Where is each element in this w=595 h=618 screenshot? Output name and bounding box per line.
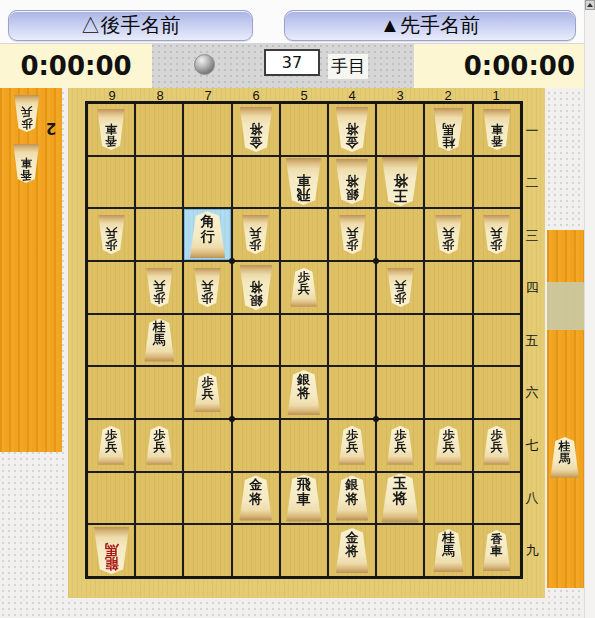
board-cell[interactable]: [184, 420, 230, 471]
board-cell[interactable]: [377, 367, 423, 418]
shogi-piece-pawn[interactable]: 歩兵: [434, 426, 463, 465]
board-cell[interactable]: [233, 367, 279, 418]
piece-kanji: 銀将: [249, 280, 262, 310]
board-cell[interactable]: [233, 420, 279, 471]
shogi-piece-silver[interactable]: 銀将: [334, 159, 370, 204]
board-cell[interactable]: [233, 315, 279, 366]
piece-kanji: 歩兵: [105, 226, 117, 254]
shogi-piece-gold[interactable]: 金将: [334, 107, 370, 152]
piece-kanji: 金将: [346, 528, 359, 558]
sente-name-button[interactable]: ▲先手名前: [284, 10, 576, 41]
board-cell[interactable]: [329, 367, 375, 418]
piece-kanji: 銀将: [297, 370, 310, 400]
up-arrow-icon: [587, 3, 593, 7]
piece-kanji: 龍馬: [104, 542, 118, 574]
board-cell[interactable]: 玉将: [377, 473, 423, 524]
piece-kanji: 歩兵: [153, 426, 165, 454]
shogi-piece-lance[interactable]: 香車: [12, 144, 41, 183]
board-cell[interactable]: 香車: [474, 104, 520, 155]
board-cell[interactable]: 桂馬: [425, 104, 471, 155]
board-cell[interactable]: [329, 315, 375, 366]
board-cell[interactable]: [136, 157, 182, 208]
board-cell[interactable]: [184, 157, 230, 208]
board-cell[interactable]: 銀将: [329, 157, 375, 208]
board-cell[interactable]: [281, 420, 327, 471]
board-cell[interactable]: [377, 104, 423, 155]
shogi-piece-silver[interactable]: 銀将: [334, 475, 370, 520]
board-cell[interactable]: 歩兵: [425, 420, 471, 471]
hand-piece-count: 2: [46, 119, 56, 137]
board-cell[interactable]: 金将: [233, 104, 279, 155]
board-cell[interactable]: [474, 473, 520, 524]
hoshi-dot: [229, 416, 235, 422]
board-cell[interactable]: [281, 525, 327, 576]
shogi-piece-pawn[interactable]: 歩兵: [13, 95, 41, 132]
rank-label: 三: [520, 227, 544, 245]
piece-kanji: 香車: [491, 530, 503, 558]
piece-kanji: 角行: [200, 211, 214, 243]
board-cell[interactable]: [184, 525, 230, 576]
board-cell[interactable]: [377, 315, 423, 366]
move-unit-label: 手目: [328, 54, 368, 79]
board-cell[interactable]: [474, 157, 520, 208]
piece-kanji: 桂馬: [442, 529, 455, 558]
sente-clock: 0:00:00: [414, 44, 584, 88]
shogi-piece-gold[interactable]: 金将: [238, 475, 274, 520]
rank-label: 一: [520, 122, 544, 140]
hoshi-dot: [373, 258, 379, 264]
shogi-piece-lance[interactable]: 香車: [96, 109, 126, 150]
board-cell[interactable]: [184, 104, 230, 155]
rank-label: 八: [520, 489, 544, 507]
board-cell[interactable]: 銀将: [329, 473, 375, 524]
piece-kanji: 金将: [249, 122, 262, 152]
board-cell[interactable]: 王将: [377, 157, 423, 208]
board-cell[interactable]: [136, 209, 182, 260]
shogi-piece-knight[interactable]: 桂馬: [549, 437, 580, 478]
shogi-piece-pawn[interactable]: 歩兵: [145, 268, 174, 307]
board-cell[interactable]: [377, 525, 423, 576]
shogi-piece-lance[interactable]: 香車: [482, 109, 512, 150]
shogi-piece-gold[interactable]: 金将: [334, 528, 370, 573]
board-cell[interactable]: [425, 157, 471, 208]
shogi-piece-silver[interactable]: 銀将: [286, 370, 322, 415]
board-cell[interactable]: [281, 315, 327, 366]
piece-kanji: 金将: [346, 122, 359, 152]
board-cell[interactable]: [233, 157, 279, 208]
board-cell[interactable]: [88, 473, 134, 524]
board-cell[interactable]: 金将: [329, 525, 375, 576]
board-cell[interactable]: 歩兵: [88, 420, 134, 471]
board-cell[interactable]: [329, 262, 375, 313]
board-cell[interactable]: 銀将: [281, 367, 327, 418]
piece-kanji: 玉将: [393, 473, 408, 506]
gote-clock: 0:00:00: [0, 44, 152, 88]
shogi-piece-gold[interactable]: 金将: [238, 107, 274, 152]
board-cell[interactable]: 角行: [184, 209, 230, 260]
shogi-piece-pawn[interactable]: 歩兵: [193, 268, 222, 307]
shogi-piece-knight[interactable]: 桂馬: [432, 108, 465, 151]
shogi-piece-pawn[interactable]: 歩兵: [482, 215, 511, 254]
titlebar: △後手名前 ▲先手名前: [0, 0, 584, 43]
hoshi-dot: [229, 258, 235, 264]
rank-label: 二: [520, 174, 544, 192]
piece-kanji: 歩兵: [250, 226, 262, 254]
board-cell[interactable]: [377, 209, 423, 260]
board-cell[interactable]: 香車: [474, 525, 520, 576]
board-cell[interactable]: [474, 262, 520, 313]
piece-kanji: 桂馬: [153, 318, 166, 347]
piece-kanji: 歩兵: [21, 106, 32, 132]
piece-kanji: 歩兵: [201, 373, 213, 401]
board-cell[interactable]: 金将: [233, 473, 279, 524]
shogi-piece-pawn[interactable]: 歩兵: [241, 215, 270, 254]
board-cell[interactable]: 桂馬: [136, 315, 182, 366]
shogi-piece-knight[interactable]: 桂馬: [432, 529, 465, 572]
shogi-piece-king_sente[interactable]: 玉将: [380, 473, 421, 522]
shogi-piece-pawn[interactable]: 歩兵: [482, 426, 511, 465]
piece-kanji: 歩兵: [105, 426, 117, 454]
shogi-piece-pawn[interactable]: 歩兵: [193, 373, 222, 412]
piece-kanji: 金将: [249, 475, 262, 505]
board-cell[interactable]: [88, 262, 134, 313]
board-cell[interactable]: 歩兵: [136, 262, 182, 313]
board-cell[interactable]: 歩兵: [377, 262, 423, 313]
piece-kanji: 王将: [393, 174, 408, 207]
board-cell[interactable]: 歩兵: [136, 420, 182, 471]
board-cell[interactable]: 銀将: [233, 262, 279, 313]
shogi-app-window: △後手名前 ▲先手名前 0:00:00 0:00:00 手目 歩兵2香車 987…: [0, 0, 595, 618]
shogi-piece-lance[interactable]: 香車: [482, 530, 512, 571]
turn-indicator-lamp-icon: [194, 54, 215, 75]
piece-kanji: 歩兵: [201, 279, 213, 307]
rank-label: 九: [520, 542, 544, 560]
shogi-piece-bishop[interactable]: 角行: [188, 211, 227, 258]
piece-kanji: 歩兵: [442, 426, 454, 454]
board-cell[interactable]: [281, 104, 327, 155]
piece-kanji: 桂馬: [559, 437, 571, 464]
gote-name-button[interactable]: △後手名前: [8, 10, 253, 41]
board-cell[interactable]: [184, 315, 230, 366]
shogi-piece-pawn[interactable]: 歩兵: [338, 426, 367, 465]
shogi-piece-promoted_bishop[interactable]: 龍馬: [92, 527, 131, 574]
shogi-piece-pawn[interactable]: 歩兵: [145, 426, 174, 465]
piece-kanji: 歩兵: [394, 279, 406, 307]
board-grid: 香車金将金将桂馬香車飛車銀将王将歩兵角行歩兵歩兵歩兵歩兵歩兵歩兵銀将歩兵歩兵桂馬…: [85, 101, 523, 579]
shogi-piece-king_gote[interactable]: 王将: [380, 157, 421, 206]
board-cell[interactable]: 歩兵: [233, 209, 279, 260]
rank-label: 四: [520, 279, 544, 297]
shogi-piece-rook[interactable]: 飛車: [284, 158, 323, 205]
shogi-piece-pawn[interactable]: 歩兵: [97, 426, 126, 465]
board-cell[interactable]: 歩兵: [281, 262, 327, 313]
board-cell[interactable]: 飛車: [281, 473, 327, 524]
shogi-piece-pawn[interactable]: 歩兵: [289, 268, 318, 307]
board-cell[interactable]: [136, 104, 182, 155]
hoshi-dot: [373, 416, 379, 422]
piece-kanji: 歩兵: [491, 426, 503, 454]
rank-label: 六: [520, 384, 544, 402]
board-cell[interactable]: [88, 157, 134, 208]
board-cell[interactable]: 歩兵: [184, 367, 230, 418]
piece-kanji: 桂馬: [442, 122, 455, 151]
gote-captured-tray: 歩兵2香車: [0, 88, 62, 452]
piece-kanji: 歩兵: [346, 426, 358, 454]
rank-label: 七: [520, 437, 544, 455]
board-cell[interactable]: 歩兵: [474, 209, 520, 260]
board-cell[interactable]: [425, 262, 471, 313]
shogi-piece-pawn[interactable]: 歩兵: [386, 426, 415, 465]
board-cell[interactable]: 歩兵: [425, 209, 471, 260]
board-cell[interactable]: 歩兵: [329, 420, 375, 471]
board-cell[interactable]: [233, 525, 279, 576]
board-cell[interactable]: 飛車: [281, 157, 327, 208]
sente-captured-tray: 桂馬: [547, 230, 584, 588]
piece-kanji: 歩兵: [153, 279, 165, 307]
board-cell[interactable]: 歩兵: [184, 262, 230, 313]
shogi-piece-pawn[interactable]: 歩兵: [386, 268, 415, 307]
scrollbar-track[interactable]: [584, 0, 595, 618]
board-cell[interactable]: [88, 367, 134, 418]
piece-kanji: 銀将: [346, 175, 359, 205]
board-cell[interactable]: [425, 367, 471, 418]
shogi-piece-silver[interactable]: 銀将: [238, 265, 274, 310]
board-cell[interactable]: [474, 367, 520, 418]
board-cell[interactable]: [425, 315, 471, 366]
board-cell[interactable]: [136, 367, 182, 418]
shogi-piece-pawn[interactable]: 歩兵: [97, 215, 126, 254]
piece-kanji: 歩兵: [298, 268, 310, 296]
board-cell[interactable]: 金将: [329, 104, 375, 155]
board-cell[interactable]: 香車: [88, 104, 134, 155]
rank-label: 五: [520, 332, 544, 350]
piece-kanji: 香車: [105, 122, 117, 150]
board-cell[interactable]: [88, 315, 134, 366]
board-cell[interactable]: [136, 473, 182, 524]
piece-kanji: 歩兵: [346, 226, 358, 254]
sente-tray-band: [547, 282, 584, 330]
board-cell[interactable]: 桂馬: [425, 525, 471, 576]
scrollbar-up-button[interactable]: [585, 0, 595, 10]
board-cell[interactable]: 龍馬: [88, 525, 134, 576]
piece-kanji: 香車: [491, 122, 503, 150]
shogi-piece-pawn[interactable]: 歩兵: [338, 215, 367, 254]
board-cell[interactable]: 歩兵: [88, 209, 134, 260]
board-cell[interactable]: [136, 525, 182, 576]
piece-kanji: 香車: [21, 156, 32, 182]
move-number-input[interactable]: [264, 49, 320, 76]
board-cell[interactable]: 歩兵: [377, 420, 423, 471]
shogi-piece-rook[interactable]: 飛車: [284, 474, 323, 521]
board-cell[interactable]: 歩兵: [329, 209, 375, 260]
board-cell[interactable]: [474, 315, 520, 366]
shogi-piece-knight[interactable]: 桂馬: [143, 318, 176, 361]
piece-kanji: 歩兵: [394, 426, 406, 454]
piece-kanji: 飛車: [297, 474, 311, 506]
shogi-board: 987654321 香車金将金将桂馬香車飛車銀将王将歩兵角行歩兵歩兵歩兵歩兵歩兵…: [68, 88, 545, 598]
piece-kanji: 歩兵: [442, 226, 454, 254]
piece-kanji: 銀将: [346, 475, 359, 505]
board-cell[interactable]: 歩兵: [474, 420, 520, 471]
board-cell[interactable]: [184, 473, 230, 524]
piece-kanji: 飛車: [297, 174, 311, 206]
board-cell[interactable]: [425, 473, 471, 524]
board-cell[interactable]: [281, 209, 327, 260]
piece-kanji: 歩兵: [491, 226, 503, 254]
shogi-piece-pawn[interactable]: 歩兵: [434, 215, 463, 254]
